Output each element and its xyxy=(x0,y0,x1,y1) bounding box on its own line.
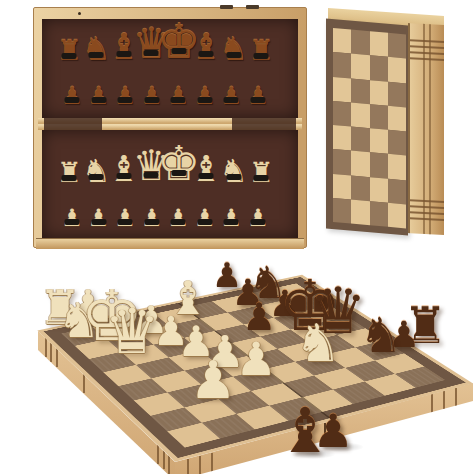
spine-groove-line xyxy=(410,51,444,55)
dark-pawn-in-tray-icon: ♟ xyxy=(61,84,83,108)
tray-slot: ♞ xyxy=(83,33,109,65)
piece-clip xyxy=(199,51,214,57)
tray-slot: ♞ xyxy=(221,155,247,187)
piece-clip xyxy=(171,97,186,103)
light-pawn-in-tray-icon: ♟ xyxy=(61,206,83,230)
tray-slot: ♜ xyxy=(248,159,274,187)
tray-slot: ♝ xyxy=(193,29,219,65)
dark-pawn-in-tray-icon: ♟ xyxy=(141,84,163,108)
folded-board-square xyxy=(370,31,388,57)
light-rook-in-tray-icon: ♜ xyxy=(248,159,273,187)
piece-clip xyxy=(171,170,186,176)
spine-groove-line xyxy=(410,211,444,215)
folded-board-square xyxy=(388,57,406,83)
piece-clip xyxy=(116,173,131,179)
piece-clip xyxy=(199,173,214,179)
light-knight-in-tray-icon: ♞ xyxy=(219,155,248,187)
tray-slot: ♟ xyxy=(59,206,85,230)
spine-groove-line xyxy=(429,24,431,234)
hinge-plate-left xyxy=(44,118,102,130)
side-groove-line xyxy=(455,388,457,407)
piece-clip xyxy=(144,172,159,178)
folded-board-square xyxy=(370,80,388,106)
tray-slot: ♟ xyxy=(245,84,271,108)
tray-slot: ♟ xyxy=(139,84,165,108)
spine-groove-line xyxy=(410,199,444,203)
folded-board-square xyxy=(388,33,406,59)
folded-board-spine xyxy=(408,23,444,235)
dark-pawn-in-tray-icon: ♟ xyxy=(114,84,136,108)
piece-clip xyxy=(253,175,268,181)
side-groove-line xyxy=(50,343,52,362)
spine-groove-line xyxy=(410,45,444,49)
tray-slot: ♚ xyxy=(166,139,192,187)
side-groove-line xyxy=(83,374,85,393)
dark-knight-in-tray-icon: ♞ xyxy=(82,33,111,65)
dark-pawn-in-tray-icon: ♟ xyxy=(88,84,110,108)
hinge-plate-right xyxy=(232,118,296,130)
side-groove-line xyxy=(45,338,47,357)
tray-slot: ♜ xyxy=(248,37,274,65)
piece-clip xyxy=(144,50,159,56)
piece-clip xyxy=(65,97,80,103)
tray-slot: ♟ xyxy=(218,84,244,108)
board-surface-wrap xyxy=(87,196,407,474)
piece-clip xyxy=(224,97,239,103)
piece-clip xyxy=(144,97,159,103)
box-screw xyxy=(78,12,81,15)
tray-slot: ♞ xyxy=(83,155,109,187)
board-walnut-border xyxy=(44,277,466,458)
folded-board-square xyxy=(370,152,388,178)
piece-clip xyxy=(171,48,186,54)
spine-groove-line xyxy=(410,39,444,43)
piece-clip xyxy=(226,174,241,180)
folded-board-square xyxy=(351,127,369,153)
spine-groove-line xyxy=(410,205,444,209)
board-outer-rim xyxy=(37,275,473,462)
side-groove-line xyxy=(443,391,445,410)
dark-knight-in-tray-icon: ♞ xyxy=(219,33,248,65)
box-clasp-right xyxy=(246,5,259,9)
spine-groove-line xyxy=(423,24,425,234)
tray-slot: ♟ xyxy=(59,84,85,108)
tray-slot: ♟ xyxy=(165,84,191,108)
folded-board-square xyxy=(388,81,406,107)
piece-clip xyxy=(197,97,212,103)
folded-board-square xyxy=(388,130,406,156)
piece-clip xyxy=(91,97,106,103)
folded-board-square xyxy=(351,151,369,177)
piece-clip xyxy=(65,219,80,225)
folded-board-square xyxy=(370,128,388,154)
light-tray-back-row: ♜♞♝♛♚♝♞♜ xyxy=(56,139,274,187)
folded-board-square xyxy=(333,77,351,103)
folded-board-square xyxy=(333,28,351,54)
dark-pawn-in-tray-icon: ♟ xyxy=(247,84,269,108)
tray-slot: ♜ xyxy=(56,159,82,187)
board-squares-grid xyxy=(61,283,445,447)
folded-board-square xyxy=(351,54,369,80)
piece-clip xyxy=(62,175,77,181)
tray-slot: ♚ xyxy=(166,17,192,65)
dark-pawn-in-tray-icon: ♟ xyxy=(167,84,189,108)
piece-clip xyxy=(89,52,104,58)
tray-slot: ♝ xyxy=(193,151,219,187)
folded-board-square xyxy=(333,149,351,175)
piece-clip xyxy=(118,97,133,103)
folded-board-square xyxy=(370,104,388,130)
chess-set-product-photo: ♜♞♝♛♚♝♞♜ ♟♟♟♟♟♟♟♟ ♜♞♝♛♚♝♞♜ ♟♟♟♟♟♟♟♟ ♜♞♟♚… xyxy=(0,0,474,474)
piece-clip xyxy=(253,53,268,59)
dark-rook-in-tray-icon: ♜ xyxy=(248,37,273,65)
spine-groove-line xyxy=(410,57,444,61)
piece-clip xyxy=(250,97,265,103)
tray-slot: ♟ xyxy=(86,84,112,108)
folded-board-square xyxy=(351,102,369,128)
dark-pawn-in-tray-icon: ♟ xyxy=(194,84,216,108)
dark-tray-pawn-row: ♟♟♟♟♟♟♟♟ xyxy=(59,84,271,108)
dark-tray-back-row: ♜♞♝♛♚♝♞♜ xyxy=(56,17,274,65)
piece-clip xyxy=(116,51,131,57)
folded-board-square xyxy=(333,101,351,127)
box-clasp-left xyxy=(220,5,233,9)
tray-slot: ♞ xyxy=(221,33,247,65)
light-bishop-in-tray-icon: ♝ xyxy=(190,151,222,187)
folded-board-square xyxy=(333,52,351,78)
side-groove-line xyxy=(431,394,433,413)
light-rook-in-tray-icon: ♜ xyxy=(56,159,81,187)
dark-bishop-in-tray-icon: ♝ xyxy=(190,29,222,65)
tray-slot: ♜ xyxy=(56,37,82,65)
piece-clip xyxy=(62,53,77,59)
light-knight-in-tray-icon: ♞ xyxy=(82,155,111,187)
dark-pawn-in-tray-icon: ♟ xyxy=(221,84,243,108)
tray-slot: ♟ xyxy=(192,84,218,108)
piece-clip xyxy=(89,174,104,180)
folded-board-square xyxy=(351,78,369,104)
spine-groove-line xyxy=(410,217,444,221)
folded-board-square xyxy=(370,55,388,81)
folded-board-square xyxy=(388,106,406,132)
folded-board-square xyxy=(351,30,369,56)
folded-board-square xyxy=(333,125,351,151)
folded-board-square xyxy=(388,154,406,180)
box-hinge xyxy=(38,118,302,130)
tray-slot: ♟ xyxy=(112,84,138,108)
piece-clip xyxy=(226,52,241,58)
dark-rook-in-tray-icon: ♜ xyxy=(56,37,81,65)
